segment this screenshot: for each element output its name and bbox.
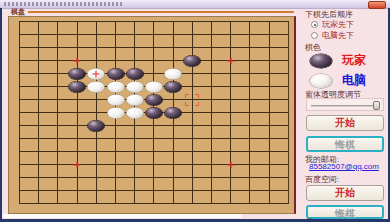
star-point-marker: [227, 161, 234, 168]
radio-icon-selected[interactable]: [311, 21, 318, 28]
black-stone-6-4: [126, 68, 143, 79]
email-link[interactable]: 85582507@qq.com: [309, 162, 379, 171]
hover-cursor-brackets: [185, 94, 199, 106]
star-point-marker: [74, 161, 81, 168]
player-color-row: 玩家: [310, 52, 366, 69]
radio-computer-first[interactable]: 电脑先下: [311, 30, 354, 41]
computer-color-row: 电脑: [310, 72, 366, 89]
board-grid[interactable]: [19, 21, 289, 205]
window-title-text: [4, 2, 124, 6]
white-stone-8-4: [165, 68, 182, 79]
title-bar: [0, 0, 390, 9]
last-move-marker: [93, 70, 100, 77]
black-stone-9-3: [184, 55, 201, 66]
radio-icon-unselected[interactable]: [311, 32, 318, 39]
black-stone-3-5: [69, 81, 86, 92]
board-group-border: [28, 11, 294, 13]
slider-knob[interactable]: [373, 101, 380, 110]
close-button[interactable]: [368, 1, 386, 9]
start-button[interactable]: 开始: [306, 115, 384, 131]
black-stone-7-6: [145, 94, 162, 105]
black-stone-4-8: [88, 120, 105, 131]
white-stone-6-6: [126, 94, 143, 105]
slider-track: [311, 105, 373, 107]
black-stone-3-4: [69, 68, 86, 79]
black-stone-icon: [310, 54, 332, 68]
star-point-marker: [74, 57, 81, 64]
radio-player-first[interactable]: 玩家先下: [311, 19, 354, 30]
white-stone-6-5: [126, 81, 143, 92]
white-stone-6-7: [126, 107, 143, 118]
gomoku-board: [8, 16, 296, 214]
white-stone-5-5: [107, 81, 124, 92]
white-stone-icon: [310, 74, 332, 88]
white-stone-7-5: [145, 81, 162, 92]
window-border-left: [0, 8, 2, 222]
window-border-bottom: [0, 219, 390, 222]
black-stone-5-4: [107, 68, 124, 79]
start-button-2[interactable]: 开始: [306, 185, 384, 201]
undo-move-button[interactable]: 悔棋: [306, 136, 384, 152]
white-stone-5-6: [107, 94, 124, 105]
gomoku-app-window: 棋盘 下棋先后顺序 玩家先下 电脑先下 棋色 玩家 电脑 窗体透明度调节 开始 …: [0, 0, 390, 222]
black-stone-7-7: [145, 107, 162, 118]
star-point-marker: [227, 57, 234, 64]
transparency-slider[interactable]: [306, 98, 384, 111]
baidu-space-label: 百度空间:: [305, 174, 339, 185]
black-stone-8-7: [165, 107, 182, 118]
window-bottom-bevel: [3, 214, 241, 218]
white-stone-4-5: [88, 81, 105, 92]
white-stone-5-7: [107, 107, 124, 118]
black-stone-8-5: [165, 81, 182, 92]
